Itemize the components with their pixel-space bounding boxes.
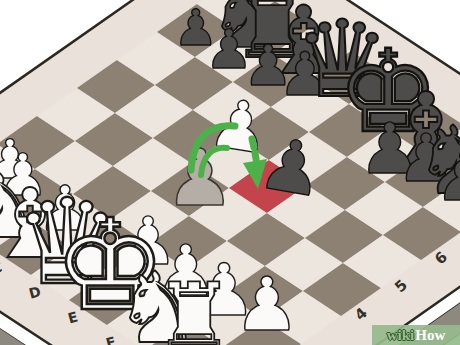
wikihow-watermark: wiki How xyxy=(372,325,460,345)
white-pawn-lifted: ♟ xyxy=(205,88,276,165)
wikihow-how-text: How xyxy=(415,327,445,344)
white-rook-h1: ♜ xyxy=(154,270,235,345)
pieces-layer: ♜♞♝♛♚♞♜♟♟♟♟♟♟♟♜♞♝♛♚♝♞♜♟♟♟♟♟♟♟♟♟♟ xyxy=(0,0,460,345)
white-pawn-h2: ♟ xyxy=(234,267,300,341)
wikihow-wiki-text: wiki xyxy=(387,327,415,344)
chess-illustration: CDEF456 ♜♞♝♛♚♞♜♟♟♟♟♟♟♟♜♞♝♛♚♝♞♜♟♟♟♟♟♟♟♟♟♟… xyxy=(0,0,460,345)
black-pawn-h7: ♟ xyxy=(435,142,460,210)
